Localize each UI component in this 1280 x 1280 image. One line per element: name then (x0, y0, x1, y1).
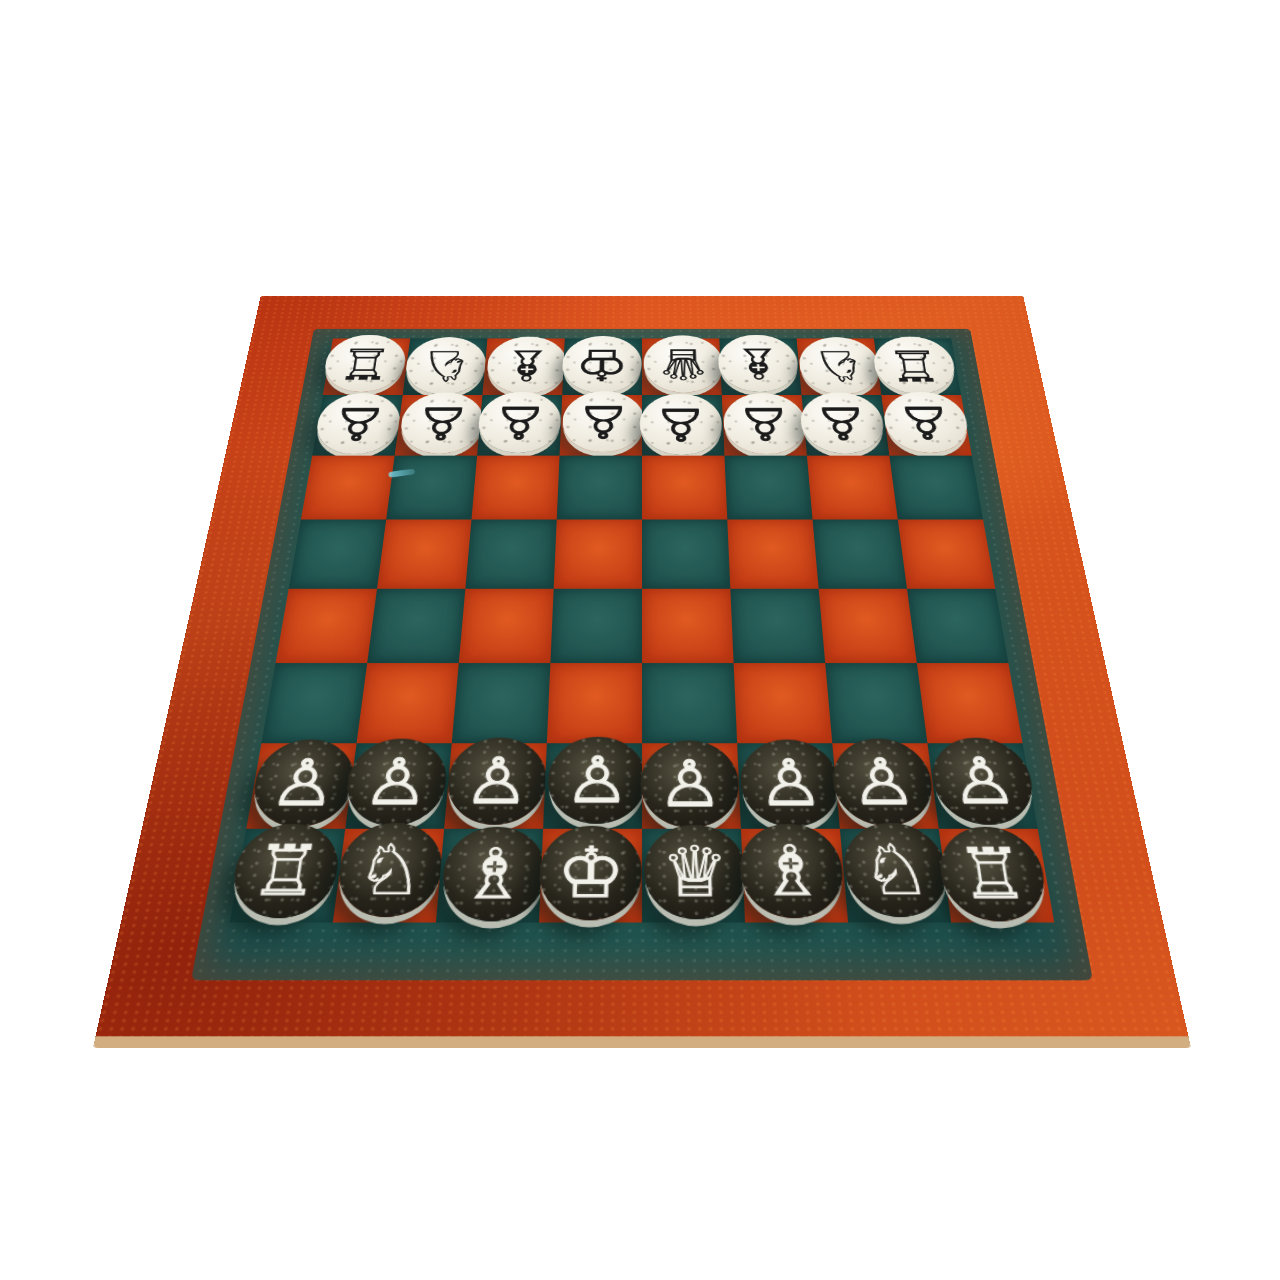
white-pawn-symbol: ♙ (412, 400, 471, 445)
square-a2[interactable]: ♙ (881, 395, 971, 455)
white-knight-symbol: ♘ (811, 345, 868, 387)
piece-black-pawn[interactable]: ♙ (546, 737, 646, 824)
square-f1[interactable]: ♗ (482, 338, 564, 395)
white-knight-symbol: ♘ (417, 345, 474, 387)
piece-white-pawn[interactable]: ♙ (722, 393, 809, 454)
white-pawn-symbol: ♙ (491, 400, 548, 445)
white-pawn-symbol: ♙ (812, 400, 871, 445)
square-c4[interactable] (727, 520, 818, 589)
square-c3[interactable] (724, 455, 812, 519)
black-pawn-symbol: ♙ (462, 749, 531, 813)
piece-black-pawn[interactable]: ♙ (444, 738, 548, 825)
chess-board: ♖♘♗♔♕♗♘♖♙♙♙♙♙♙♙♙♙♙♙♙♙♙♙♙♖♘♗♔♕♗♘♖ (93, 296, 1191, 1049)
square-c6[interactable] (734, 663, 833, 743)
square-b2[interactable]: ♙ (802, 395, 890, 455)
white-pawn-symbol: ♙ (895, 400, 956, 445)
square-c1[interactable]: ♗ (719, 338, 801, 395)
square-h7[interactable]: ♙ (246, 743, 356, 829)
square-f4[interactable] (465, 520, 556, 589)
square-f5[interactable] (459, 589, 554, 663)
piece-white-knight[interactable]: ♘ (402, 337, 488, 394)
square-a8[interactable]: ♖ (939, 829, 1054, 922)
piece-white-pawn[interactable]: ♙ (639, 394, 723, 455)
square-a6[interactable] (917, 663, 1023, 743)
black-bishop-symbol: ♗ (755, 836, 827, 905)
square-f2[interactable]: ♙ (477, 395, 562, 455)
piece-black-bishop[interactable]: ♗ (738, 824, 847, 919)
square-a4[interactable] (898, 520, 995, 589)
square-h5[interactable] (276, 589, 377, 663)
piece-black-pawn[interactable]: ♙ (247, 740, 359, 828)
piece-black-knight[interactable]: ♘ (840, 823, 953, 918)
piece-black-king[interactable]: ♔ (537, 826, 642, 921)
square-b4[interactable] (813, 520, 907, 589)
square-h2[interactable]: ♙ (312, 395, 402, 455)
black-pawn-symbol: ♙ (846, 750, 918, 814)
piece-white-pawn[interactable]: ♙ (397, 392, 486, 453)
square-c8[interactable]: ♗ (741, 829, 848, 922)
black-rook-symbol: ♖ (953, 839, 1032, 908)
square-g4[interactable] (377, 520, 471, 589)
square-f3[interactable] (471, 455, 559, 519)
square-e8[interactable]: ♔ (539, 829, 642, 922)
piece-white-pawn[interactable]: ♙ (312, 393, 404, 454)
piece-black-knight[interactable]: ♘ (333, 823, 446, 918)
black-pawn-symbol: ♙ (755, 751, 824, 815)
square-g8[interactable]: ♘ (333, 829, 444, 922)
square-b3[interactable] (807, 455, 898, 519)
square-c7[interactable]: ♙ (737, 743, 840, 829)
square-d1[interactable]: ♕ (642, 338, 722, 395)
square-b1[interactable]: ♘ (797, 338, 882, 395)
photo-background: ♖♘♗♔♕♗♘♖♙♙♙♙♙♙♙♙♙♙♙♙♙♙♙♙♖♘♗♔♕♗♘♖ (0, 0, 1280, 1280)
black-pawn-symbol: ♙ (563, 748, 629, 812)
piece-black-queen[interactable]: ♕ (643, 825, 748, 920)
square-c2[interactable]: ♙ (722, 395, 807, 455)
piece-white-rook[interactable]: ♖ (870, 336, 959, 393)
black-pawn-symbol: ♙ (266, 751, 341, 815)
square-b5[interactable] (819, 589, 917, 663)
white-rook-symbol: ♖ (335, 342, 394, 384)
black-pawn-symbol: ♙ (360, 750, 432, 814)
board-scene: ♖♘♗♔♕♗♘♖♙♙♙♙♙♙♙♙♙♙♙♙♙♙♙♙♖♘♗♔♕♗♘♖ (0, 0, 1280, 1280)
piece-white-bishop[interactable]: ♗ (485, 336, 569, 393)
white-queen-symbol: ♕ (656, 343, 710, 385)
black-rook-symbol: ♖ (246, 836, 325, 905)
piece-white-rook[interactable]: ♖ (320, 335, 409, 392)
white-king-symbol: ♔ (575, 343, 629, 385)
square-f8[interactable]: ♗ (436, 829, 543, 922)
piece-white-bishop[interactable]: ♗ (717, 335, 800, 392)
square-b7[interactable]: ♙ (832, 743, 939, 829)
square-g1[interactable]: ♘ (403, 338, 488, 395)
square-e6[interactable] (547, 663, 642, 743)
piece-white-pawn[interactable]: ♙ (880, 392, 972, 453)
piece-black-pawn[interactable]: ♙ (341, 739, 449, 827)
square-d7[interactable]: ♙ (642, 743, 741, 829)
square-a3[interactable] (889, 455, 983, 519)
square-g2[interactable]: ♙ (395, 395, 483, 455)
square-e3[interactable] (557, 455, 642, 519)
black-bishop-symbol: ♗ (457, 839, 529, 908)
square-h3[interactable] (301, 455, 395, 519)
square-d8[interactable]: ♕ (642, 829, 745, 922)
piece-black-rook[interactable]: ♖ (934, 827, 1051, 922)
black-queen-symbol: ♕ (660, 837, 729, 906)
square-d6[interactable] (642, 663, 737, 743)
white-bishop-symbol: ♗ (499, 344, 554, 386)
square-f7[interactable]: ♙ (444, 743, 547, 829)
piece-black-pawn[interactable]: ♙ (640, 741, 741, 829)
black-knight-symbol: ♘ (858, 835, 933, 904)
white-pawn-symbol: ♙ (736, 401, 793, 446)
square-f6[interactable] (452, 663, 551, 743)
square-h8[interactable]: ♖ (230, 829, 345, 922)
square-e7[interactable]: ♙ (543, 743, 642, 829)
piece-white-pawn[interactable]: ♙ (561, 391, 645, 452)
square-d4[interactable] (642, 520, 730, 589)
board-frame: ♖♘♗♔♕♗♘♖♙♙♙♙♙♙♙♙♙♙♙♙♙♙♙♙♖♘♗♔♕♗♘♖ (191, 329, 1093, 981)
square-a5[interactable] (907, 589, 1008, 663)
piece-white-pawn[interactable]: ♙ (798, 392, 887, 453)
piece-black-pawn[interactable]: ♙ (927, 738, 1039, 825)
piece-black-bishop[interactable]: ♗ (439, 827, 548, 922)
square-h4[interactable] (289, 520, 386, 589)
piece-white-king[interactable]: ♔ (561, 336, 642, 393)
square-h6[interactable] (261, 663, 367, 743)
white-pawn-symbol: ♙ (575, 399, 630, 444)
white-bishop-symbol: ♗ (730, 342, 785, 384)
square-h1[interactable]: ♖ (323, 338, 410, 395)
square-g3[interactable] (386, 455, 477, 519)
black-king-symbol: ♔ (555, 838, 624, 907)
black-pawn-symbol: ♙ (945, 749, 1020, 813)
black-knight-symbol: ♘ (352, 835, 427, 904)
board-grid: ♖♘♗♔♕♗♘♖♙♙♙♙♙♙♙♙♙♙♙♙♙♙♙♙♖♘♗♔♕♗♘♖ (230, 338, 1054, 922)
square-b6[interactable] (825, 663, 927, 743)
square-a1[interactable]: ♖ (874, 338, 961, 395)
square-d2[interactable]: ♙ (642, 395, 724, 455)
piece-white-knight[interactable]: ♘ (797, 337, 883, 394)
square-e5[interactable] (550, 589, 642, 663)
piece-black-rook[interactable]: ♖ (226, 824, 343, 919)
black-pawn-symbol: ♙ (657, 752, 724, 816)
square-e2[interactable]: ♙ (560, 395, 642, 455)
square-b8[interactable]: ♘ (840, 829, 951, 922)
square-g6[interactable] (357, 663, 459, 743)
square-e1[interactable]: ♔ (562, 338, 642, 395)
square-a7[interactable]: ♙ (927, 743, 1037, 829)
white-pawn-symbol: ♙ (327, 401, 388, 446)
square-g7[interactable]: ♙ (345, 743, 452, 829)
piece-white-pawn[interactable]: ♙ (476, 392, 562, 453)
white-rook-symbol: ♖ (885, 344, 944, 386)
square-d5[interactable] (642, 589, 734, 663)
square-g5[interactable] (367, 589, 465, 663)
piece-black-pawn[interactable]: ♙ (738, 740, 843, 828)
square-e4[interactable] (554, 520, 642, 589)
piece-white-queen[interactable]: ♕ (643, 335, 724, 392)
square-d3[interactable] (642, 455, 727, 519)
square-c5[interactable] (730, 589, 825, 663)
piece-black-pawn[interactable]: ♙ (829, 739, 937, 827)
white-pawn-symbol: ♙ (653, 402, 708, 447)
